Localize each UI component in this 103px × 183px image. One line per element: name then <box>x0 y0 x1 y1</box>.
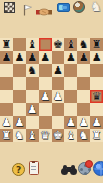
chess-board: ♜♝♚♝♞♜♟♟♟♟♟♟♟♞♟♟♟♛♟♟♟♟♟♟♜♞♝♛♚♝♞♜ <box>0 38 103 142</box>
piece-black-pawn: ♟ <box>2 52 12 63</box>
square-e7[interactable] <box>52 51 65 64</box>
piece-black-pawn: ♟ <box>92 52 102 63</box>
piece-white-king: ♚ <box>53 130 63 141</box>
square-f1[interactable]: ♝ <box>64 129 77 142</box>
square-h2[interactable]: ♟ <box>90 116 103 129</box>
piece-white-pawn: ♟ <box>92 117 102 128</box>
board-icon[interactable] <box>4 2 15 13</box>
square-a7[interactable]: ♟ <box>0 51 13 64</box>
piece-white-pawn: ♟ <box>14 117 24 128</box>
piece-black-king: ♚ <box>53 39 63 50</box>
square-c6[interactable]: ♞ <box>26 64 39 77</box>
piece-white-pawn: ♟ <box>40 91 50 102</box>
world-icon[interactable] <box>73 1 85 13</box>
piece-white-queen: ♛ <box>40 130 50 141</box>
square-c3[interactable]: ♟ <box>26 103 39 116</box>
square-f8[interactable]: ♝ <box>64 38 77 51</box>
piece-white-pawn: ♟ <box>66 117 76 128</box>
square-f5[interactable] <box>64 77 77 90</box>
piece-black-rook: ♜ <box>92 39 102 50</box>
square-b1[interactable]: ♞ <box>13 129 26 142</box>
piece-white-pawn: ♟ <box>79 117 89 128</box>
square-g5[interactable] <box>77 77 90 90</box>
piece-white-knight: ♞ <box>14 130 24 141</box>
square-c8[interactable]: ♝ <box>26 38 39 51</box>
square-a3[interactable] <box>0 103 13 116</box>
piece-white-bishop: ♝ <box>27 130 37 141</box>
piece-black-bishop: ♝ <box>66 39 76 50</box>
square-e2[interactable] <box>52 116 65 129</box>
square-d6[interactable] <box>39 64 52 77</box>
square-a8[interactable]: ♜ <box>0 38 13 51</box>
square-a2[interactable]: ♟ <box>0 116 13 129</box>
globe-icon[interactable] <box>93 161 103 176</box>
piece-white-rook: ♜ <box>2 130 12 141</box>
square-d2[interactable] <box>39 116 52 129</box>
clipboard-line <box>31 166 36 167</box>
square-h4[interactable]: ♛ <box>90 90 103 103</box>
square-a6[interactable] <box>0 64 13 77</box>
notification-badge <box>85 160 93 168</box>
draw-handshake-icon[interactable] <box>36 2 52 12</box>
piece-black-pawn: ♟ <box>66 52 76 63</box>
square-c1[interactable]: ♝ <box>26 129 39 142</box>
square-f4[interactable] <box>64 90 77 103</box>
square-g1[interactable]: ♞ <box>77 129 90 142</box>
piece-black-knight: ♞ <box>27 65 37 76</box>
square-e4[interactable]: ♟ <box>52 90 65 103</box>
square-h7[interactable]: ♟ <box>90 51 103 64</box>
square-g3[interactable] <box>77 103 90 116</box>
piece-white-pawn: ♟ <box>53 91 63 102</box>
square-a5[interactable] <box>0 77 13 90</box>
square-b3[interactable] <box>13 103 26 116</box>
square-d1[interactable]: ♛ <box>39 129 52 142</box>
clipboard-icon[interactable] <box>29 161 39 175</box>
reel-hole <box>80 168 83 171</box>
square-f7[interactable]: ♟ <box>64 51 77 64</box>
square-b7[interactable]: ♟ <box>13 51 26 64</box>
square-e5[interactable] <box>52 77 65 90</box>
square-c2[interactable] <box>26 116 39 129</box>
flag-graphic <box>22 4 33 16</box>
piece-black-queen: ♛ <box>92 91 102 102</box>
piece-black-knight: ♞ <box>79 39 89 50</box>
square-a1[interactable]: ♜ <box>0 129 13 142</box>
square-e1[interactable]: ♚ <box>52 129 65 142</box>
square-h8[interactable]: ♜ <box>90 38 103 51</box>
square-d4[interactable]: ♟ <box>39 90 52 103</box>
square-b2[interactable]: ♟ <box>13 116 26 129</box>
handshake-graphic <box>36 7 52 17</box>
square-h5[interactable] <box>90 77 103 90</box>
square-b5[interactable] <box>13 77 26 90</box>
piece-black-rook: ♜ <box>2 39 12 50</box>
square-h6[interactable] <box>90 64 103 77</box>
square-g6[interactable] <box>77 64 90 77</box>
piece-white-pawn: ♟ <box>27 104 37 115</box>
piece-white-rook: ♜ <box>92 130 102 141</box>
clipboard-line <box>31 169 36 170</box>
reel-hole <box>84 172 87 175</box>
reel-icon[interactable] <box>78 162 91 175</box>
piece-black-pawn: ♟ <box>27 52 37 63</box>
square-h3[interactable] <box>90 103 103 116</box>
square-d5[interactable] <box>39 77 52 90</box>
square-e6[interactable]: ♟ <box>52 64 65 77</box>
square-g4[interactable] <box>77 90 90 103</box>
piece-black-pawn: ♟ <box>14 52 24 63</box>
square-h1[interactable]: ♜ <box>90 129 103 142</box>
piece-black-pawn: ♟ <box>79 52 89 63</box>
square-f6[interactable] <box>64 64 77 77</box>
square-e3[interactable] <box>52 103 65 116</box>
binoculars-lens <box>70 168 77 175</box>
square-d3[interactable] <box>39 103 52 116</box>
square-b6[interactable] <box>13 64 26 77</box>
square-f3[interactable] <box>64 103 77 116</box>
cartridge-icon[interactable] <box>57 3 70 12</box>
clipboard-clip <box>32 161 35 163</box>
square-g2[interactable]: ♟ <box>77 116 90 129</box>
square-c4[interactable] <box>26 90 39 103</box>
square-b4[interactable] <box>13 90 26 103</box>
piece-black-bishop: ♝ <box>27 39 37 50</box>
reel-hole <box>88 168 91 171</box>
resign-flag-icon[interactable] <box>22 1 33 13</box>
square-g8[interactable]: ♞ <box>77 38 90 51</box>
chess-app: ♞ ♜♝♚♝♞♜♟♟♟♟♟♟♟♞♟♟♟♛♟♟♟♟♟♟♜♞♝♛♚♝♞♜ ? <box>0 0 103 183</box>
help-icon[interactable]: ? <box>12 163 25 176</box>
square-c5[interactable] <box>26 77 39 90</box>
square-d7[interactable]: ♟ <box>39 51 52 64</box>
piece-black-pawn: ♟ <box>53 65 63 76</box>
square-g7[interactable]: ♟ <box>77 51 90 64</box>
binoculars-lens <box>61 168 68 175</box>
globe-parallel <box>94 168 103 170</box>
square-b8[interactable] <box>13 38 26 51</box>
piece-white-bishop: ♝ <box>66 130 76 141</box>
square-c7[interactable]: ♟ <box>26 51 39 64</box>
piece-white-pawn: ♟ <box>2 117 12 128</box>
square-a4[interactable] <box>0 90 13 103</box>
piece-icon[interactable]: ♞ <box>89 0 103 14</box>
square-f2[interactable]: ♟ <box>64 116 77 129</box>
square-e8[interactable]: ♚ <box>52 38 65 51</box>
piece-white-knight: ♞ <box>79 130 89 141</box>
square-d8[interactable] <box>39 38 52 51</box>
binoculars-icon[interactable] <box>61 165 77 175</box>
piece-black-pawn: ♟ <box>40 52 50 63</box>
cartridge-slot <box>62 6 67 9</box>
